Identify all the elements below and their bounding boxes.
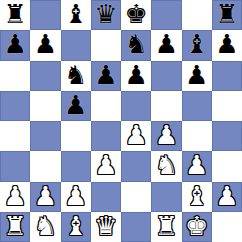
square-d5[interactable] bbox=[91, 91, 121, 121]
piece-white-pawn[interactable]: ♟ bbox=[3, 182, 26, 211]
piece-black-pawn[interactable]: ♟ bbox=[94, 61, 117, 90]
square-c4[interactable] bbox=[61, 121, 91, 151]
piece-white-bishop[interactable]: ♝ bbox=[64, 212, 87, 241]
square-a5[interactable] bbox=[0, 91, 30, 121]
square-g8[interactable] bbox=[182, 0, 212, 30]
piece-black-bishop[interactable]: ♝ bbox=[185, 30, 208, 59]
piece-white-pawn[interactable]: ♟ bbox=[155, 121, 178, 150]
square-g2[interactable]: ♝ bbox=[182, 182, 212, 212]
square-a3[interactable] bbox=[0, 151, 30, 181]
piece-black-knight[interactable]: ♞ bbox=[124, 30, 147, 59]
square-e4[interactable]: ♟ bbox=[121, 121, 151, 151]
square-d7[interactable] bbox=[91, 30, 121, 60]
square-f2[interactable] bbox=[151, 182, 181, 212]
square-a6[interactable] bbox=[0, 61, 30, 91]
piece-black-bishop[interactable]: ♝ bbox=[64, 0, 87, 29]
square-c3[interactable] bbox=[61, 151, 91, 181]
piece-white-knight[interactable]: ♞ bbox=[34, 212, 57, 241]
piece-black-pawn[interactable]: ♟ bbox=[185, 61, 208, 90]
piece-black-pawn[interactable]: ♟ bbox=[124, 61, 147, 90]
square-b5[interactable] bbox=[30, 91, 60, 121]
square-g4[interactable] bbox=[182, 121, 212, 151]
square-f5[interactable] bbox=[151, 91, 181, 121]
square-g5[interactable] bbox=[182, 91, 212, 121]
square-f7[interactable]: ♟ bbox=[151, 30, 181, 60]
square-f1[interactable]: ♜ bbox=[151, 212, 181, 242]
square-g3[interactable]: ♟ bbox=[182, 151, 212, 181]
square-d1[interactable]: ♛ bbox=[91, 212, 121, 242]
square-d3[interactable]: ♟ bbox=[91, 151, 121, 181]
piece-black-queen[interactable]: ♛ bbox=[94, 0, 117, 29]
piece-black-rook[interactable]: ♜ bbox=[215, 0, 238, 29]
square-e5[interactable] bbox=[121, 91, 151, 121]
square-c5[interactable]: ♟ bbox=[61, 91, 91, 121]
piece-black-pawn[interactable]: ♟ bbox=[215, 30, 238, 59]
square-h1[interactable] bbox=[212, 212, 242, 242]
piece-white-bishop[interactable]: ♝ bbox=[185, 182, 208, 211]
square-b4[interactable] bbox=[30, 121, 60, 151]
piece-white-pawn[interactable]: ♟ bbox=[185, 151, 208, 180]
square-b7[interactable]: ♟ bbox=[30, 30, 60, 60]
piece-black-rook[interactable]: ♜ bbox=[3, 0, 26, 29]
square-a7[interactable]: ♟ bbox=[0, 30, 30, 60]
square-f6[interactable] bbox=[151, 61, 181, 91]
square-c2[interactable]: ♟ bbox=[61, 182, 91, 212]
piece-white-king[interactable]: ♚ bbox=[185, 212, 208, 241]
piece-white-knight[interactable]: ♞ bbox=[155, 151, 178, 180]
square-g1[interactable]: ♚ bbox=[182, 212, 212, 242]
square-h5[interactable] bbox=[212, 91, 242, 121]
square-h8[interactable]: ♜ bbox=[212, 0, 242, 30]
square-b2[interactable]: ♟ bbox=[30, 182, 60, 212]
square-e6[interactable]: ♟ bbox=[121, 61, 151, 91]
square-d2[interactable] bbox=[91, 182, 121, 212]
square-b8[interactable] bbox=[30, 0, 60, 30]
square-c7[interactable] bbox=[61, 30, 91, 60]
piece-black-pawn[interactable]: ♟ bbox=[34, 30, 57, 59]
square-d8[interactable]: ♛ bbox=[91, 0, 121, 30]
square-a2[interactable]: ♟ bbox=[0, 182, 30, 212]
square-f8[interactable] bbox=[151, 0, 181, 30]
square-c6[interactable]: ♞ bbox=[61, 61, 91, 91]
piece-white-rook[interactable]: ♜ bbox=[3, 212, 26, 241]
piece-black-knight[interactable]: ♞ bbox=[64, 61, 87, 90]
piece-black-pawn[interactable]: ♟ bbox=[155, 30, 178, 59]
square-e8[interactable]: ♚ bbox=[121, 0, 151, 30]
square-e3[interactable] bbox=[121, 151, 151, 181]
square-b6[interactable] bbox=[30, 61, 60, 91]
square-c8[interactable]: ♝ bbox=[61, 0, 91, 30]
piece-white-pawn[interactable]: ♟ bbox=[94, 151, 117, 180]
square-c1[interactable]: ♝ bbox=[61, 212, 91, 242]
square-h3[interactable] bbox=[212, 151, 242, 181]
square-d4[interactable] bbox=[91, 121, 121, 151]
square-b1[interactable]: ♞ bbox=[30, 212, 60, 242]
piece-black-pawn[interactable]: ♟ bbox=[3, 30, 26, 59]
chess-board: ♜♝♛♚♜♟♟♞♟♝♟♞♟♟♟♟♟♟♟♞♟♟♟♟♝♟♜♞♝♛♜♚ bbox=[0, 0, 242, 242]
square-h7[interactable]: ♟ bbox=[212, 30, 242, 60]
square-b3[interactable] bbox=[30, 151, 60, 181]
piece-black-king[interactable]: ♚ bbox=[124, 0, 147, 29]
piece-white-pawn[interactable]: ♟ bbox=[34, 182, 57, 211]
square-e2[interactable] bbox=[121, 182, 151, 212]
square-h4[interactable] bbox=[212, 121, 242, 151]
square-a1[interactable]: ♜ bbox=[0, 212, 30, 242]
square-e7[interactable]: ♞ bbox=[121, 30, 151, 60]
piece-white-queen[interactable]: ♛ bbox=[94, 212, 117, 241]
square-f4[interactable]: ♟ bbox=[151, 121, 181, 151]
square-g7[interactable]: ♝ bbox=[182, 30, 212, 60]
square-h2[interactable]: ♟ bbox=[212, 182, 242, 212]
piece-white-pawn[interactable]: ♟ bbox=[64, 182, 87, 211]
piece-white-pawn[interactable]: ♟ bbox=[124, 121, 147, 150]
square-d6[interactable]: ♟ bbox=[91, 61, 121, 91]
square-f3[interactable]: ♞ bbox=[151, 151, 181, 181]
square-h6[interactable] bbox=[212, 61, 242, 91]
square-g6[interactable]: ♟ bbox=[182, 61, 212, 91]
square-a8[interactable]: ♜ bbox=[0, 0, 30, 30]
piece-white-rook[interactable]: ♜ bbox=[155, 212, 178, 241]
piece-white-pawn[interactable]: ♟ bbox=[215, 182, 238, 211]
square-a4[interactable] bbox=[0, 121, 30, 151]
square-e1[interactable] bbox=[121, 212, 151, 242]
piece-black-pawn[interactable]: ♟ bbox=[64, 91, 87, 120]
